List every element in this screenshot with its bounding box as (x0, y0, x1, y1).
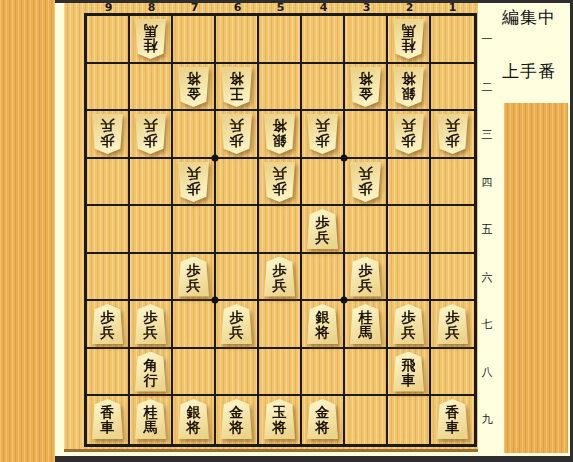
piece-body: 歩兵 (306, 114, 339, 154)
piece-body: 歩兵 (134, 114, 167, 154)
left-piece-stand[interactable] (0, 0, 55, 462)
square-6-8[interactable] (216, 349, 259, 397)
piece-body: 桂馬 (349, 304, 382, 344)
square-7-1[interactable] (173, 16, 216, 64)
square-5-6[interactable]: 歩兵 (259, 254, 302, 302)
square-5-4[interactable]: 歩兵 (259, 159, 302, 207)
shogi-board: 987654321 桂馬桂馬金将王将金将銀将歩兵歩兵歩兵銀将歩兵歩兵歩兵歩兵歩兵… (64, 0, 478, 452)
piece-gote-桂馬[interactable]: 桂馬 (392, 19, 425, 59)
square-9-2[interactable] (87, 64, 130, 112)
square-2-2[interactable]: 銀将 (388, 64, 431, 112)
square-6-4[interactable] (216, 159, 259, 207)
piece-body: 香車 (436, 399, 469, 439)
piece-body: 桂馬 (134, 399, 167, 439)
file-label-8: 8 (130, 2, 173, 13)
square-7-3[interactable] (173, 111, 216, 159)
square-4-3[interactable]: 歩兵 (302, 111, 345, 159)
square-3-1[interactable] (345, 16, 388, 64)
square-1-8[interactable] (431, 349, 474, 397)
square-3-2[interactable]: 金将 (345, 64, 388, 112)
piece-gote-銀将[interactable]: 銀将 (392, 67, 425, 107)
piece-body: 歩兵 (436, 114, 469, 154)
square-9-8[interactable] (87, 349, 130, 397)
square-4-8[interactable] (302, 349, 345, 397)
square-5-9[interactable]: 玉将 (259, 396, 302, 444)
square-6-2[interactable]: 王将 (216, 64, 259, 112)
square-8-4[interactable] (130, 159, 173, 207)
piece-sente-桂馬[interactable]: 桂馬 (134, 399, 167, 439)
square-1-4[interactable] (431, 159, 474, 207)
hoshi-dot (341, 154, 348, 161)
square-2-6[interactable] (388, 254, 431, 302)
piece-sente-歩兵[interactable]: 歩兵 (134, 304, 167, 344)
piece-sente-歩兵[interactable]: 歩兵 (349, 257, 382, 297)
piece-body: 歩兵 (177, 257, 210, 297)
square-7-4[interactable]: 歩兵 (173, 159, 216, 207)
square-6-6[interactable] (216, 254, 259, 302)
square-6-1[interactable] (216, 16, 259, 64)
piece-sente-歩兵[interactable]: 歩兵 (263, 257, 296, 297)
piece-sente-歩兵[interactable]: 歩兵 (177, 257, 210, 297)
piece-gote-金将[interactable]: 金将 (349, 67, 382, 107)
piece-sente-桂馬[interactable]: 桂馬 (349, 304, 382, 344)
piece-body: 歩兵 (220, 114, 253, 154)
piece-body: 金将 (220, 399, 253, 439)
piece-gote-銀将[interactable]: 銀将 (263, 114, 296, 154)
piece-sente-金将[interactable]: 金将 (220, 399, 253, 439)
piece-gote-歩兵[interactable]: 歩兵 (392, 114, 425, 154)
square-9-3[interactable]: 歩兵 (87, 111, 130, 159)
square-1-3[interactable]: 歩兵 (431, 111, 474, 159)
piece-body: 王将 (220, 67, 253, 107)
piece-gote-歩兵[interactable]: 歩兵 (134, 114, 167, 154)
piece-body: 桂馬 (392, 19, 425, 59)
piece-gote-歩兵[interactable]: 歩兵 (220, 114, 253, 154)
square-9-9[interactable]: 香車 (87, 396, 130, 444)
file-label-7: 7 (173, 2, 216, 13)
square-7-7[interactable] (173, 301, 216, 349)
square-3-7[interactable]: 桂馬 (345, 301, 388, 349)
piece-body: 歩兵 (263, 162, 296, 202)
square-2-5[interactable] (388, 206, 431, 254)
square-3-3[interactable] (345, 111, 388, 159)
square-7-6[interactable]: 歩兵 (173, 254, 216, 302)
piece-sente-香車[interactable]: 香車 (436, 399, 469, 439)
piece-sente-金将[interactable]: 金将 (306, 399, 339, 439)
file-label-9: 9 (87, 2, 130, 13)
square-7-5[interactable] (173, 206, 216, 254)
piece-body: 歩兵 (177, 162, 210, 202)
square-1-7[interactable]: 歩兵 (431, 301, 474, 349)
square-1-2[interactable] (431, 64, 474, 112)
file-label-3: 3 (345, 2, 388, 13)
piece-gote-歩兵[interactable]: 歩兵 (306, 114, 339, 154)
file-label-4: 4 (302, 2, 345, 13)
square-6-7[interactable]: 歩兵 (216, 301, 259, 349)
piece-body: 歩兵 (220, 304, 253, 344)
piece-body: 歩兵 (91, 114, 124, 154)
square-4-9[interactable]: 金将 (302, 396, 345, 444)
square-4-7[interactable]: 銀将 (302, 301, 345, 349)
square-5-5[interactable] (259, 206, 302, 254)
piece-sente-角行[interactable]: 角行 (134, 352, 167, 392)
piece-gote-歩兵[interactable]: 歩兵 (436, 114, 469, 154)
piece-gote-歩兵[interactable]: 歩兵 (263, 162, 296, 202)
piece-body: 歩兵 (91, 304, 124, 344)
square-1-5[interactable] (431, 206, 474, 254)
square-9-7[interactable]: 歩兵 (87, 301, 130, 349)
piece-sente-玉将[interactable]: 玉将 (263, 399, 296, 439)
square-4-2[interactable] (302, 64, 345, 112)
square-8-8[interactable]: 角行 (130, 349, 173, 397)
file-labels: 987654321 (87, 2, 474, 13)
hoshi-dot (212, 154, 219, 161)
square-7-8[interactable] (173, 349, 216, 397)
piece-body: 金将 (177, 67, 210, 107)
file-label-1: 1 (431, 2, 474, 13)
piece-body: 桂馬 (134, 19, 167, 59)
piece-gote-金将[interactable]: 金将 (177, 67, 210, 107)
square-8-1[interactable]: 桂馬 (130, 16, 173, 64)
square-1-1[interactable] (431, 16, 474, 64)
piece-sente-歩兵[interactable]: 歩兵 (220, 304, 253, 344)
piece-body: 歩兵 (436, 304, 469, 344)
square-8-3[interactable]: 歩兵 (130, 111, 173, 159)
piece-sente-歩兵[interactable]: 歩兵 (306, 209, 339, 249)
square-8-6[interactable] (130, 254, 173, 302)
piece-body: 金将 (349, 67, 382, 107)
rank-label-2: 二 (479, 64, 495, 112)
square-7-2[interactable]: 金将 (173, 64, 216, 112)
rank-label-9: 九 (479, 396, 495, 444)
square-3-5[interactable] (345, 206, 388, 254)
square-4-6[interactable] (302, 254, 345, 302)
piece-body: 歩兵 (392, 114, 425, 154)
piece-body: 飛車 (392, 352, 425, 392)
status-editing: 編集中 (502, 6, 572, 29)
piece-body: 角行 (134, 352, 167, 392)
piece-sente-歩兵[interactable]: 歩兵 (436, 304, 469, 344)
square-2-1[interactable]: 桂馬 (388, 16, 431, 64)
piece-gote-歩兵[interactable]: 歩兵 (177, 162, 210, 202)
rank-label-1: 一 (479, 16, 495, 64)
piece-sente-香車[interactable]: 香車 (91, 399, 124, 439)
piece-body: 金将 (306, 399, 339, 439)
piece-gote-王将[interactable]: 王将 (220, 67, 253, 107)
piece-gote-歩兵[interactable]: 歩兵 (349, 162, 382, 202)
hoshi-dot (341, 297, 348, 304)
piece-sente-銀将[interactable]: 銀将 (306, 304, 339, 344)
square-5-8[interactable] (259, 349, 302, 397)
square-9-1[interactable] (87, 16, 130, 64)
square-5-2[interactable] (259, 64, 302, 112)
right-piece-stand[interactable] (504, 103, 568, 453)
square-2-9[interactable] (388, 396, 431, 444)
piece-body: 銀将 (392, 67, 425, 107)
file-label-6: 6 (216, 2, 259, 13)
piece-body: 歩兵 (392, 304, 425, 344)
square-3-9[interactable] (345, 396, 388, 444)
rank-labels: 一二三四五六七八九 (479, 16, 495, 444)
hoshi-dot (212, 297, 219, 304)
piece-body: 歩兵 (349, 162, 382, 202)
square-6-5[interactable] (216, 206, 259, 254)
square-3-6[interactable]: 歩兵 (345, 254, 388, 302)
piece-sente-飛車[interactable]: 飛車 (392, 352, 425, 392)
square-8-2[interactable] (130, 64, 173, 112)
square-5-3[interactable]: 銀将 (259, 111, 302, 159)
rank-label-4: 四 (479, 159, 495, 207)
rank-label-7: 七 (479, 301, 495, 349)
square-9-4[interactable] (87, 159, 130, 207)
square-9-6[interactable] (87, 254, 130, 302)
piece-body: 歩兵 (134, 304, 167, 344)
piece-body: 銀将 (263, 114, 296, 154)
square-3-8[interactable] (345, 349, 388, 397)
piece-sente-銀将[interactable]: 銀将 (177, 399, 210, 439)
square-4-1[interactable] (302, 16, 345, 64)
piece-sente-歩兵[interactable]: 歩兵 (91, 304, 124, 344)
piece-body: 香車 (91, 399, 124, 439)
window-edge-top (55, 0, 573, 3)
square-5-1[interactable] (259, 16, 302, 64)
status-turn: 上手番 (502, 60, 572, 83)
square-6-3[interactable]: 歩兵 (216, 111, 259, 159)
square-1-6[interactable] (431, 254, 474, 302)
piece-body: 玉将 (263, 399, 296, 439)
piece-body: 歩兵 (263, 257, 296, 297)
file-label-2: 2 (388, 2, 431, 13)
square-4-4[interactable] (302, 159, 345, 207)
square-8-7[interactable]: 歩兵 (130, 301, 173, 349)
window-edge-bottom (55, 456, 573, 462)
file-label-5: 5 (259, 2, 302, 13)
board-grid: 桂馬桂馬金将王将金将銀将歩兵歩兵歩兵銀将歩兵歩兵歩兵歩兵歩兵歩兵歩兵歩兵歩兵歩兵… (84, 13, 477, 447)
square-9-5[interactable] (87, 206, 130, 254)
status-area: 編集中 上手番 (502, 6, 572, 114)
piece-body: 銀将 (306, 304, 339, 344)
square-2-8[interactable]: 飛車 (388, 349, 431, 397)
piece-sente-歩兵[interactable]: 歩兵 (392, 304, 425, 344)
square-2-3[interactable]: 歩兵 (388, 111, 431, 159)
square-3-4[interactable]: 歩兵 (345, 159, 388, 207)
square-1-9[interactable]: 香車 (431, 396, 474, 444)
square-4-5[interactable]: 歩兵 (302, 206, 345, 254)
square-2-7[interactable]: 歩兵 (388, 301, 431, 349)
square-8-5[interactable] (130, 206, 173, 254)
square-7-9[interactable]: 銀将 (173, 396, 216, 444)
piece-body: 歩兵 (349, 257, 382, 297)
square-2-4[interactable] (388, 159, 431, 207)
square-8-9[interactable]: 桂馬 (130, 396, 173, 444)
piece-body: 銀将 (177, 399, 210, 439)
piece-gote-桂馬[interactable]: 桂馬 (134, 19, 167, 59)
rank-label-6: 六 (479, 254, 495, 302)
rank-label-5: 五 (479, 206, 495, 254)
rank-label-8: 八 (479, 349, 495, 397)
rank-label-3: 三 (479, 111, 495, 159)
piece-gote-歩兵[interactable]: 歩兵 (91, 114, 124, 154)
piece-body: 歩兵 (306, 209, 339, 249)
square-5-7[interactable] (259, 301, 302, 349)
square-6-9[interactable]: 金将 (216, 396, 259, 444)
